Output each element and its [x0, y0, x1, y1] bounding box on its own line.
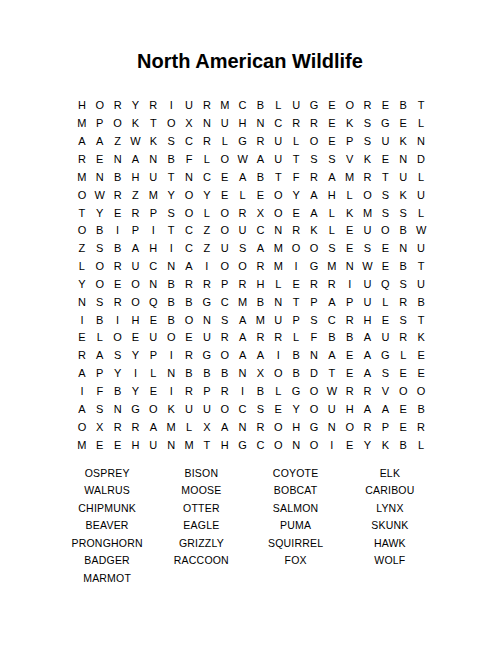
grid-cell[interactable]: R — [180, 276, 198, 294]
grid-cell[interactable]: N — [73, 293, 91, 311]
grid-cell[interactable]: N — [412, 133, 430, 151]
grid-cell[interactable]: O — [162, 115, 180, 133]
grid-cell[interactable]: H — [323, 186, 341, 204]
grid-cell[interactable]: E — [109, 276, 127, 294]
grid-cell[interactable]: A — [144, 418, 162, 436]
grid-cell[interactable]: A — [234, 311, 252, 329]
grid-cell[interactable]: T — [376, 168, 394, 186]
grid-cell[interactable]: O — [180, 204, 198, 222]
grid-cell[interactable]: O — [269, 365, 287, 383]
grid-cell[interactable]: P — [91, 115, 109, 133]
grid-cell[interactable]: Y — [127, 383, 145, 401]
grid-cell[interactable]: U — [198, 329, 216, 347]
grid-cell[interactable]: E — [394, 418, 412, 436]
grid-cell[interactable]: U — [323, 400, 341, 418]
grid-cell[interactable]: R — [269, 329, 287, 347]
grid-cell[interactable]: A — [359, 400, 377, 418]
grid-cell[interactable]: R — [252, 133, 270, 151]
grid-cell[interactable]: U — [216, 115, 234, 133]
grid-cell[interactable]: R — [359, 97, 377, 115]
grid-cell[interactable]: L — [412, 436, 430, 454]
grid-cell[interactable]: R — [252, 329, 270, 347]
grid-cell[interactable]: A — [323, 293, 341, 311]
grid-cell[interactable]: O — [180, 186, 198, 204]
grid-cell[interactable]: R — [198, 133, 216, 151]
grid-cell[interactable]: K — [341, 204, 359, 222]
grid-cell[interactable]: H — [127, 436, 145, 454]
grid-cell[interactable]: E — [252, 186, 270, 204]
grid-cell[interactable]: I — [341, 276, 359, 294]
grid-cell[interactable]: K — [144, 133, 162, 151]
grid-cell[interactable]: R — [252, 418, 270, 436]
grid-cell[interactable]: O — [287, 240, 305, 258]
grid-cell[interactable]: R — [127, 204, 145, 222]
grid-cell[interactable]: T — [162, 222, 180, 240]
grid-cell[interactable]: B — [394, 97, 412, 115]
grid-cell[interactable]: K — [412, 329, 430, 347]
grid-cell[interactable]: S — [109, 347, 127, 365]
grid-cell[interactable]: E — [394, 400, 412, 418]
grid-cell[interactable]: M — [73, 436, 91, 454]
grid-cell[interactable]: R — [305, 168, 323, 186]
grid-cell[interactable]: L — [198, 204, 216, 222]
grid-cell[interactable]: Q — [144, 293, 162, 311]
grid-cell[interactable]: B — [216, 365, 234, 383]
grid-cell[interactable]: R — [180, 383, 198, 401]
grid-cell[interactable]: S — [359, 115, 377, 133]
grid-cell[interactable]: G — [287, 383, 305, 401]
grid-cell[interactable]: S — [323, 151, 341, 169]
grid-cell[interactable]: N — [305, 347, 323, 365]
grid-cell[interactable]: B — [394, 222, 412, 240]
grid-cell[interactable]: Y — [287, 186, 305, 204]
grid-cell[interactable]: T — [287, 293, 305, 311]
grid-cell[interactable]: R — [287, 222, 305, 240]
grid-cell[interactable]: R — [109, 97, 127, 115]
grid-cell[interactable]: G — [198, 293, 216, 311]
grid-cell[interactable]: S — [394, 311, 412, 329]
grid-cell[interactable]: U — [359, 276, 377, 294]
grid-cell[interactable]: R — [73, 151, 91, 169]
grid-cell[interactable]: A — [323, 168, 341, 186]
grid-cell[interactable]: U — [412, 276, 430, 294]
grid-cell[interactable]: E — [144, 383, 162, 401]
grid-cell[interactable]: S — [91, 293, 109, 311]
grid-cell[interactable]: I — [162, 240, 180, 258]
grid-cell[interactable]: L — [198, 151, 216, 169]
grid-cell[interactable]: U — [234, 222, 252, 240]
grid-cell[interactable]: L — [269, 383, 287, 401]
grid-cell[interactable]: O — [91, 276, 109, 294]
grid-cell[interactable]: B — [91, 311, 109, 329]
grid-cell[interactable]: N — [269, 222, 287, 240]
grid-cell[interactable]: O — [359, 186, 377, 204]
grid-cell[interactable]: G — [198, 347, 216, 365]
grid-cell[interactable]: E — [91, 151, 109, 169]
grid-cell[interactable]: O — [234, 258, 252, 276]
grid-cell[interactable]: O — [305, 400, 323, 418]
grid-cell[interactable]: Y — [91, 204, 109, 222]
grid-cell[interactable]: S — [305, 311, 323, 329]
grid-cell[interactable]: U — [127, 258, 145, 276]
grid-cell[interactable]: B — [252, 168, 270, 186]
grid-cell[interactable]: O — [269, 204, 287, 222]
grid-cell[interactable]: B — [180, 293, 198, 311]
grid-cell[interactable]: N — [394, 151, 412, 169]
grid-cell[interactable]: R — [109, 258, 127, 276]
grid-cell[interactable]: R — [394, 293, 412, 311]
grid-cell[interactable]: Y — [73, 276, 91, 294]
grid-cell[interactable]: O — [73, 418, 91, 436]
grid-cell[interactable]: L — [269, 97, 287, 115]
grid-cell[interactable]: B — [162, 311, 180, 329]
grid-cell[interactable]: S — [323, 240, 341, 258]
grid-cell[interactable]: I — [198, 258, 216, 276]
grid-cell[interactable]: T — [162, 168, 180, 186]
grid-cell[interactable]: O — [341, 418, 359, 436]
grid-cell[interactable]: N — [109, 400, 127, 418]
grid-cell[interactable]: I — [287, 258, 305, 276]
grid-cell[interactable]: B — [412, 293, 430, 311]
grid-cell[interactable]: G — [305, 418, 323, 436]
grid-cell[interactable]: R — [144, 97, 162, 115]
grid-cell[interactable]: X — [180, 115, 198, 133]
grid-cell[interactable]: F — [91, 383, 109, 401]
grid-cell[interactable]: O — [91, 258, 109, 276]
grid-cell[interactable]: B — [109, 240, 127, 258]
grid-cell[interactable]: E — [341, 347, 359, 365]
grid-cell[interactable]: Y — [198, 186, 216, 204]
grid-cell[interactable]: E — [287, 276, 305, 294]
grid-cell[interactable]: M — [162, 418, 180, 436]
grid-cell[interactable]: R — [180, 347, 198, 365]
grid-cell[interactable]: B — [412, 400, 430, 418]
grid-cell[interactable]: A — [216, 418, 234, 436]
grid-cell[interactable]: N — [269, 293, 287, 311]
grid-cell[interactable]: O — [216, 400, 234, 418]
grid-cell[interactable]: N — [180, 168, 198, 186]
grid-cell[interactable]: O — [305, 133, 323, 151]
grid-cell[interactable]: I — [73, 383, 91, 401]
grid-cell[interactable]: A — [252, 151, 270, 169]
grid-cell[interactable]: N — [198, 311, 216, 329]
grid-cell[interactable]: R — [359, 383, 377, 401]
grid-cell[interactable]: U — [144, 329, 162, 347]
grid-cell[interactable]: F — [287, 168, 305, 186]
grid-cell[interactable]: U — [180, 97, 198, 115]
grid-cell[interactable]: A — [359, 347, 377, 365]
grid-cell[interactable]: O — [144, 400, 162, 418]
grid-cell[interactable]: I — [162, 347, 180, 365]
grid-cell[interactable]: G — [376, 115, 394, 133]
grid-cell[interactable]: O — [216, 347, 234, 365]
grid-cell[interactable]: L — [341, 186, 359, 204]
grid-cell[interactable]: O — [394, 383, 412, 401]
grid-cell[interactable]: L — [376, 293, 394, 311]
grid-cell[interactable]: U — [198, 400, 216, 418]
grid-cell[interactable]: S — [234, 240, 252, 258]
grid-cell[interactable]: E — [394, 115, 412, 133]
grid-cell[interactable]: B — [394, 436, 412, 454]
grid-cell[interactable]: H — [216, 436, 234, 454]
grid-cell[interactable]: L — [180, 418, 198, 436]
grid-cell[interactable]: C — [234, 400, 252, 418]
grid-cell[interactable]: W — [323, 383, 341, 401]
grid-cell[interactable]: S — [252, 400, 270, 418]
grid-cell[interactable]: E — [180, 329, 198, 347]
grid-cell[interactable]: C — [180, 240, 198, 258]
grid-cell[interactable]: I — [73, 311, 91, 329]
grid-cell[interactable]: M — [73, 115, 91, 133]
grid-cell[interactable]: N — [144, 276, 162, 294]
grid-cell[interactable]: U — [412, 240, 430, 258]
grid-cell[interactable]: W — [127, 133, 145, 151]
grid-cell[interactable]: N — [287, 436, 305, 454]
grid-cell[interactable]: I — [323, 436, 341, 454]
grid-cell[interactable]: H — [127, 311, 145, 329]
grid-cell[interactable]: B — [287, 347, 305, 365]
grid-cell[interactable]: N — [162, 365, 180, 383]
grid-cell[interactable]: S — [305, 151, 323, 169]
grid-cell[interactable]: E — [287, 204, 305, 222]
grid-cell[interactable]: B — [162, 293, 180, 311]
grid-cell[interactable]: R — [73, 347, 91, 365]
grid-cell[interactable]: R — [216, 383, 234, 401]
grid-cell[interactable]: B — [162, 151, 180, 169]
grid-cell[interactable]: O — [305, 240, 323, 258]
grid-cell[interactable]: R — [109, 293, 127, 311]
grid-cell[interactable]: O — [127, 293, 145, 311]
grid-cell[interactable]: H — [252, 276, 270, 294]
grid-cell[interactable]: Z — [198, 222, 216, 240]
grid-cell[interactable]: R — [305, 115, 323, 133]
grid-cell[interactable]: N — [109, 151, 127, 169]
grid-cell[interactable]: A — [180, 258, 198, 276]
grid-cell[interactable]: M — [234, 293, 252, 311]
grid-cell[interactable]: L — [216, 133, 234, 151]
grid-cell[interactable]: N — [162, 436, 180, 454]
grid-cell[interactable]: N — [198, 115, 216, 133]
grid-cell[interactable]: U — [412, 186, 430, 204]
grid-cell[interactable]: S — [376, 204, 394, 222]
grid-cell[interactable]: M — [341, 168, 359, 186]
grid-cell[interactable]: X — [252, 365, 270, 383]
grid-cell[interactable]: N — [91, 168, 109, 186]
grid-cell[interactable]: R — [341, 311, 359, 329]
grid-cell[interactable]: E — [412, 365, 430, 383]
grid-cell[interactable]: C — [144, 258, 162, 276]
grid-cell[interactable]: L — [323, 204, 341, 222]
grid-cell[interactable]: L — [412, 204, 430, 222]
grid-cell[interactable]: H — [73, 97, 91, 115]
grid-cell[interactable]: E — [269, 400, 287, 418]
grid-cell[interactable]: S — [162, 204, 180, 222]
grid-cell[interactable]: E — [376, 311, 394, 329]
grid-cell[interactable]: G — [127, 400, 145, 418]
grid-cell[interactable]: C — [234, 97, 252, 115]
grid-cell[interactable]: V — [341, 151, 359, 169]
grid-cell[interactable]: S — [394, 204, 412, 222]
grid-cell[interactable]: P — [198, 383, 216, 401]
grid-cell[interactable]: R — [359, 418, 377, 436]
grid-cell[interactable]: T — [412, 311, 430, 329]
grid-cell[interactable]: L — [287, 133, 305, 151]
grid-cell[interactable]: Y — [162, 186, 180, 204]
grid-cell[interactable]: T — [269, 168, 287, 186]
grid-cell[interactable]: B — [252, 293, 270, 311]
grid-cell[interactable]: R — [109, 186, 127, 204]
grid-cell[interactable]: R — [252, 258, 270, 276]
grid-cell[interactable]: M — [252, 311, 270, 329]
grid-cell[interactable]: T — [412, 258, 430, 276]
grid-cell[interactable]: A — [359, 365, 377, 383]
grid-cell[interactable]: A — [91, 133, 109, 151]
grid-cell[interactable]: A — [252, 347, 270, 365]
grid-cell[interactable]: A — [127, 240, 145, 258]
grid-cell[interactable]: U — [269, 133, 287, 151]
grid-cell[interactable]: E — [109, 204, 127, 222]
grid-cell[interactable]: N — [252, 115, 270, 133]
grid-cell[interactable]: R — [234, 204, 252, 222]
grid-cell[interactable]: O — [412, 383, 430, 401]
grid-cell[interactable]: A — [305, 204, 323, 222]
grid-cell[interactable]: N — [341, 258, 359, 276]
grid-cell[interactable]: K — [162, 400, 180, 418]
grid-cell[interactable]: A — [73, 365, 91, 383]
grid-cell[interactable]: T — [198, 436, 216, 454]
grid-cell[interactable]: F — [180, 151, 198, 169]
grid-cell[interactable]: O — [127, 276, 145, 294]
grid-cell[interactable]: H — [287, 418, 305, 436]
grid-cell[interactable]: I — [269, 347, 287, 365]
grid-cell[interactable]: N — [234, 418, 252, 436]
grid-cell[interactable]: P — [341, 133, 359, 151]
grid-cell[interactable]: W — [91, 186, 109, 204]
grid-cell[interactable]: E — [412, 347, 430, 365]
grid-cell[interactable]: R — [234, 276, 252, 294]
grid-cell[interactable]: R — [287, 115, 305, 133]
grid-cell[interactable]: M — [269, 258, 287, 276]
grid-cell[interactable]: C — [252, 436, 270, 454]
grid-cell[interactable]: Y — [287, 400, 305, 418]
grid-cell[interactable]: R — [394, 329, 412, 347]
grid-cell[interactable]: U — [269, 151, 287, 169]
grid-cell[interactable]: T — [287, 151, 305, 169]
grid-cell[interactable]: O — [91, 97, 109, 115]
grid-cell[interactable]: X — [198, 418, 216, 436]
grid-cell[interactable]: C — [252, 222, 270, 240]
grid-cell[interactable]: E — [323, 133, 341, 151]
grid-cell[interactable]: R — [216, 329, 234, 347]
grid-cell[interactable]: U — [359, 222, 377, 240]
grid-cell[interactable]: B — [394, 258, 412, 276]
grid-cell[interactable]: S — [359, 240, 377, 258]
grid-cell[interactable]: U — [376, 133, 394, 151]
grid-cell[interactable]: E — [216, 168, 234, 186]
grid-cell[interactable]: S — [162, 133, 180, 151]
grid-cell[interactable]: R — [127, 418, 145, 436]
grid-cell[interactable]: B — [323, 329, 341, 347]
grid-cell[interactable]: E — [323, 115, 341, 133]
grid-cell[interactable]: U — [144, 436, 162, 454]
grid-cell[interactable]: U — [287, 97, 305, 115]
grid-cell[interactable]: X — [91, 418, 109, 436]
grid-cell[interactable]: K — [127, 115, 145, 133]
grid-cell[interactable]: O — [216, 258, 234, 276]
grid-cell[interactable]: A — [234, 168, 252, 186]
grid-cell[interactable]: I — [109, 311, 127, 329]
grid-cell[interactable]: A — [305, 186, 323, 204]
grid-cell[interactable]: L — [412, 115, 430, 133]
grid-cell[interactable]: C — [323, 311, 341, 329]
grid-cell[interactable]: H — [341, 400, 359, 418]
grid-cell[interactable]: N — [323, 418, 341, 436]
grid-cell[interactable]: V — [376, 383, 394, 401]
grid-cell[interactable]: K — [376, 436, 394, 454]
grid-cell[interactable]: L — [234, 186, 252, 204]
grid-cell[interactable]: H — [127, 168, 145, 186]
grid-cell[interactable]: B — [198, 365, 216, 383]
grid-cell[interactable]: R — [359, 168, 377, 186]
grid-cell[interactable]: G — [234, 133, 252, 151]
grid-cell[interactable]: E — [394, 365, 412, 383]
grid-cell[interactable]: B — [341, 329, 359, 347]
grid-cell[interactable]: O — [180, 311, 198, 329]
grid-cell[interactable]: S — [394, 276, 412, 294]
grid-cell[interactable]: E — [323, 97, 341, 115]
grid-cell[interactable]: T — [144, 115, 162, 133]
grid-cell[interactable]: U — [394, 168, 412, 186]
grid-cell[interactable]: W — [359, 258, 377, 276]
grid-cell[interactable]: S — [216, 311, 234, 329]
grid-cell[interactable]: E — [341, 222, 359, 240]
grid-cell[interactable]: L — [394, 347, 412, 365]
grid-cell[interactable]: Z — [73, 240, 91, 258]
grid-cell[interactable]: U — [216, 240, 234, 258]
grid-cell[interactable]: E — [144, 311, 162, 329]
grid-cell[interactable]: F — [305, 329, 323, 347]
grid-cell[interactable]: E — [341, 365, 359, 383]
grid-cell[interactable]: R — [323, 276, 341, 294]
grid-cell[interactable]: O — [305, 383, 323, 401]
grid-cell[interactable]: C — [198, 168, 216, 186]
grid-cell[interactable]: M — [269, 240, 287, 258]
grid-cell[interactable]: O — [216, 204, 234, 222]
grid-cell[interactable]: Z — [109, 133, 127, 151]
grid-cell[interactable]: B — [109, 168, 127, 186]
grid-cell[interactable]: P — [144, 347, 162, 365]
grid-cell[interactable]: R — [412, 418, 430, 436]
grid-cell[interactable]: O — [269, 418, 287, 436]
grid-cell[interactable]: K — [359, 151, 377, 169]
grid-cell[interactable]: I — [109, 222, 127, 240]
grid-cell[interactable]: A — [73, 133, 91, 151]
grid-cell[interactable]: G — [305, 258, 323, 276]
grid-cell[interactable]: E — [127, 329, 145, 347]
grid-cell[interactable]: B — [91, 222, 109, 240]
grid-cell[interactable]: O — [109, 115, 127, 133]
grid-cell[interactable]: U — [269, 311, 287, 329]
grid-cell[interactable]: I — [127, 365, 145, 383]
grid-cell[interactable]: R — [198, 276, 216, 294]
grid-cell[interactable]: B — [252, 383, 270, 401]
grid-cell[interactable]: S — [376, 186, 394, 204]
grid-cell[interactable]: C — [180, 222, 198, 240]
grid-cell[interactable]: K — [341, 115, 359, 133]
grid-cell[interactable]: O — [216, 151, 234, 169]
grid-cell[interactable]: H — [359, 311, 377, 329]
grid-cell[interactable]: S — [91, 240, 109, 258]
